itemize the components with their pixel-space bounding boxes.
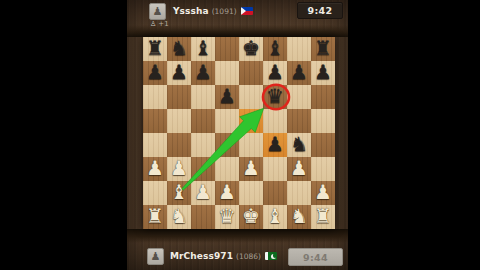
piece-white-pawn-a3: ♟ <box>143 157 167 181</box>
square-g3[interactable]: ♟ <box>287 157 311 181</box>
square-d7[interactable] <box>215 61 239 85</box>
square-f4[interactable]: ♟ <box>263 133 287 157</box>
piece-white-knight-g1: ♞ <box>287 205 311 229</box>
square-f6[interactable]: ♛ <box>263 85 287 109</box>
avatar-pawn-icon: ♟ <box>151 251 161 262</box>
square-h2[interactable]: ♟ <box>311 181 335 205</box>
player-avatar[interactable]: ♟ <box>147 248 164 265</box>
square-e3[interactable]: ♟ <box>239 157 263 181</box>
piece-white-pawn-c2: ♟ <box>191 181 215 205</box>
piece-black-king-e8: ♚ <box>239 37 263 61</box>
square-g6[interactable] <box>287 85 311 109</box>
opponent-rating: (1091) <box>212 7 237 16</box>
square-e2[interactable] <box>239 181 263 205</box>
piece-black-pawn-c7: ♟ <box>191 61 215 85</box>
piece-black-pawn-f4: ♟ <box>263 133 287 157</box>
square-c1[interactable] <box>191 205 215 229</box>
player-clock: 9:44 <box>288 248 343 266</box>
square-g5[interactable] <box>287 109 311 133</box>
square-c3[interactable] <box>191 157 215 181</box>
square-c8[interactable]: ♝ <box>191 37 215 61</box>
piece-white-queen-d1: ♛ <box>215 205 239 229</box>
piece-white-pawn-h2: ♟ <box>311 181 335 205</box>
square-c2[interactable]: ♟ <box>191 181 215 205</box>
piece-black-knight-g4: ♞ <box>287 133 311 157</box>
player-bar: ♟ MrChess971 (1086) 9:44 <box>127 244 348 270</box>
chess-board[interactable]: ♜♞♝♚♝♜♟♟♟♟♟♟♟♛♟♞♟♟♟♟♝♟♟♟♜♞♛♚♝♞♜ <box>143 37 335 229</box>
piece-black-rook-h8: ♜ <box>311 37 335 61</box>
square-b8[interactable]: ♞ <box>167 37 191 61</box>
square-a6[interactable] <box>143 85 167 109</box>
square-f5[interactable] <box>263 109 287 133</box>
square-c5[interactable] <box>191 109 215 133</box>
square-f1[interactable]: ♝ <box>263 205 287 229</box>
wood-shadow-band-bottom <box>127 229 348 243</box>
square-e7[interactable] <box>239 61 263 85</box>
piece-black-queen-f6: ♛ <box>263 85 287 109</box>
square-h5[interactable] <box>311 109 335 133</box>
square-d2[interactable]: ♟ <box>215 181 239 205</box>
opponent-avatar[interactable]: ♟ <box>149 3 166 20</box>
square-g4[interactable]: ♞ <box>287 133 311 157</box>
opponent-player-bar: ♟ Ysssha (1091) ♙ +1 9:42 <box>127 0 348 30</box>
square-a5[interactable] <box>143 109 167 133</box>
square-f8[interactable]: ♝ <box>263 37 287 61</box>
piece-white-king-e1: ♚ <box>239 205 263 229</box>
square-g8[interactable] <box>287 37 311 61</box>
piece-black-knight-b8: ♞ <box>167 37 191 61</box>
piece-black-pawn-a7: ♟ <box>143 61 167 85</box>
piece-white-bishop-f1: ♝ <box>263 205 287 229</box>
square-c6[interactable] <box>191 85 215 109</box>
square-e5[interactable] <box>239 109 263 133</box>
philippines-flag-icon <box>241 7 253 15</box>
piece-black-rook-a8: ♜ <box>143 37 167 61</box>
opponent-name: Ysssha <box>173 6 209 16</box>
piece-white-pawn-e3: ♟ <box>239 157 263 181</box>
piece-black-pawn-f7: ♟ <box>263 61 287 85</box>
square-c4[interactable] <box>191 133 215 157</box>
square-e1[interactable]: ♚ <box>239 205 263 229</box>
pakistan-flag-icon <box>265 252 277 260</box>
square-a3[interactable]: ♟ <box>143 157 167 181</box>
square-d1[interactable]: ♛ <box>215 205 239 229</box>
piece-black-pawn-g7: ♟ <box>287 61 311 85</box>
square-g2[interactable] <box>287 181 311 205</box>
square-g7[interactable]: ♟ <box>287 61 311 85</box>
square-d8[interactable] <box>215 37 239 61</box>
square-e8[interactable]: ♚ <box>239 37 263 61</box>
square-f7[interactable]: ♟ <box>263 61 287 85</box>
square-h6[interactable] <box>311 85 335 109</box>
square-d3[interactable] <box>215 157 239 181</box>
square-a7[interactable]: ♟ <box>143 61 167 85</box>
piece-white-rook-h1: ♜ <box>311 205 335 229</box>
piece-white-rook-a1: ♜ <box>143 205 167 229</box>
player-name: MrChess971 <box>170 251 233 261</box>
square-d4[interactable] <box>215 133 239 157</box>
captured-white-pawn-icon: ♙ <box>150 20 156 28</box>
piece-black-pawn-d6: ♟ <box>215 85 239 109</box>
square-c7[interactable]: ♟ <box>191 61 215 85</box>
square-h3[interactable] <box>311 157 335 181</box>
square-b2[interactable]: ♝ <box>167 181 191 205</box>
square-a4[interactable] <box>143 133 167 157</box>
piece-white-pawn-g3: ♟ <box>287 157 311 181</box>
screenshot-stage: ♟ Ysssha (1091) ♙ +1 9:42 ♜♞♝♚♝♜♟♟♟♟♟♟♟♛… <box>0 0 480 270</box>
piece-black-bishop-c8: ♝ <box>191 37 215 61</box>
material-advantage: +1 <box>158 20 168 28</box>
piece-black-bishop-f8: ♝ <box>263 37 287 61</box>
square-b3[interactable]: ♟ <box>167 157 191 181</box>
square-b5[interactable] <box>167 109 191 133</box>
square-b6[interactable] <box>167 85 191 109</box>
square-d6[interactable]: ♟ <box>215 85 239 109</box>
piece-black-pawn-h7: ♟ <box>311 61 335 85</box>
player-rating: (1086) <box>236 252 261 261</box>
square-h7[interactable]: ♟ <box>311 61 335 85</box>
avatar-pawn-icon: ♟ <box>153 6 163 17</box>
square-f3[interactable] <box>263 157 287 181</box>
square-b4[interactable] <box>167 133 191 157</box>
piece-white-knight-b1: ♞ <box>167 205 191 229</box>
square-h4[interactable] <box>311 133 335 157</box>
square-f2[interactable] <box>263 181 287 205</box>
chess-app-screen: ♟ Ysssha (1091) ♙ +1 9:42 ♜♞♝♚♝♜♟♟♟♟♟♟♟♛… <box>127 0 348 270</box>
square-d5[interactable] <box>215 109 239 133</box>
square-e4[interactable] <box>239 133 263 157</box>
square-h1[interactable]: ♜ <box>311 205 335 229</box>
captured-material-indicator: ♙ +1 <box>150 20 169 28</box>
square-b1[interactable]: ♞ <box>167 205 191 229</box>
opponent-clock: 9:42 <box>297 2 343 19</box>
square-b7[interactable]: ♟ <box>167 61 191 85</box>
piece-black-pawn-b7: ♟ <box>167 61 191 85</box>
square-g1[interactable]: ♞ <box>287 205 311 229</box>
piece-white-pawn-b3: ♟ <box>167 157 191 181</box>
square-a8[interactable]: ♜ <box>143 37 167 61</box>
square-a2[interactable] <box>143 181 167 205</box>
piece-white-pawn-d2: ♟ <box>215 181 239 205</box>
square-h8[interactable]: ♜ <box>311 37 335 61</box>
square-e6[interactable] <box>239 85 263 109</box>
square-a1[interactable]: ♜ <box>143 205 167 229</box>
piece-white-bishop-b2: ♝ <box>167 181 191 205</box>
